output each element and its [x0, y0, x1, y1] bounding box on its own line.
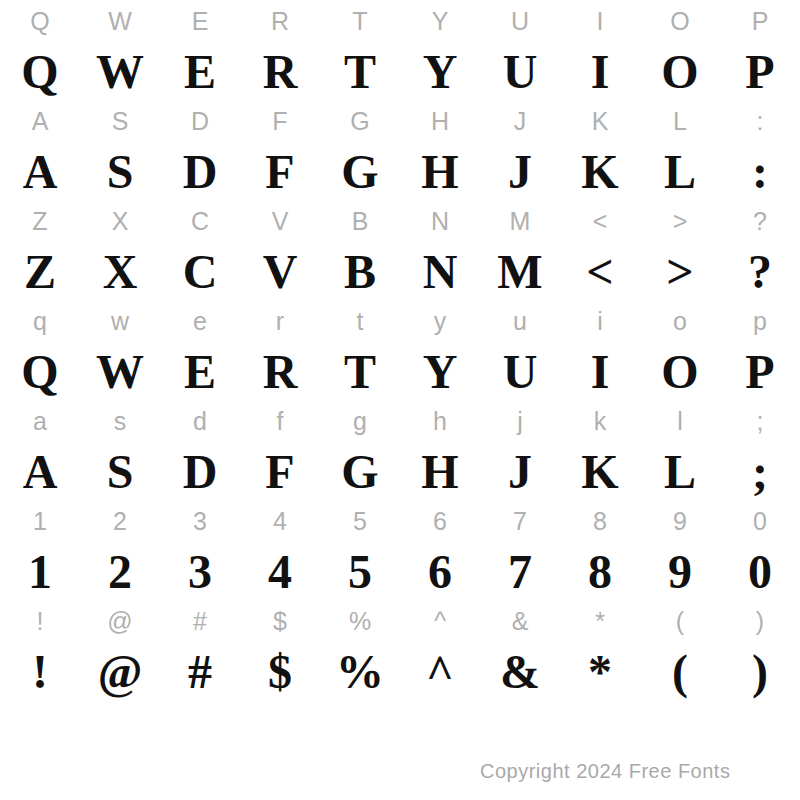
glyph-cell: L — [640, 442, 720, 500]
glyph-cell: U — [480, 42, 560, 100]
glyph-cell: & — [480, 642, 560, 700]
glyph-cell: A — [0, 142, 80, 200]
glyph-cell: G — [320, 142, 400, 200]
glyph-cell: ! — [0, 642, 80, 700]
glyph-cell: $ — [240, 642, 320, 700]
key-cell: B — [320, 200, 400, 242]
key-cell: i — [560, 300, 640, 342]
key-cell: 1 — [0, 500, 80, 542]
key-cell: ( — [640, 600, 720, 642]
key-cell: ) — [720, 600, 800, 642]
key-row-2: ASDFGHJKL: — [0, 100, 800, 142]
glyph-row-1: QWERTYUIOP — [0, 42, 800, 100]
key-cell: k — [560, 400, 640, 442]
glyph-cell: N — [400, 242, 480, 300]
key-row-7: !@#$%^&*() — [0, 600, 800, 642]
key-cell: % — [320, 600, 400, 642]
glyph-cell: Z — [0, 242, 80, 300]
key-cell: f — [240, 400, 320, 442]
glyph-cell: P — [720, 42, 800, 100]
glyph-cell: A — [0, 442, 80, 500]
glyph-cell: I — [560, 42, 640, 100]
glyph-cell: @ — [80, 642, 160, 700]
key-cell: a — [0, 400, 80, 442]
glyph-row-3: ZXCVBNM<>? — [0, 242, 800, 300]
glyph-cell: C — [160, 242, 240, 300]
glyph-cell: W — [80, 42, 160, 100]
key-cell: A — [0, 100, 80, 142]
key-cell: 6 — [400, 500, 480, 542]
key-cell: o — [640, 300, 720, 342]
key-cell: ^ — [400, 600, 480, 642]
glyph-cell: R — [240, 42, 320, 100]
key-cell: & — [480, 600, 560, 642]
key-cell: 3 — [160, 500, 240, 542]
key-cell: M — [480, 200, 560, 242]
glyph-cell: T — [320, 342, 400, 400]
key-cell: 8 — [560, 500, 640, 542]
glyph-cell: 2 — [80, 542, 160, 600]
key-cell: t — [320, 300, 400, 342]
key-cell: W — [80, 0, 160, 42]
key-cell: * — [560, 600, 640, 642]
key-cell: O — [640, 0, 720, 42]
glyph-cell: E — [160, 42, 240, 100]
glyph-cell: 8 — [560, 542, 640, 600]
glyph-cell: I — [560, 342, 640, 400]
key-cell: Z — [0, 200, 80, 242]
key-cell: @ — [80, 600, 160, 642]
key-cell: L — [640, 100, 720, 142]
key-cell: s — [80, 400, 160, 442]
glyph-row-4: QWERTYUIOP — [0, 342, 800, 400]
key-cell: r — [240, 300, 320, 342]
glyph-cell: F — [240, 142, 320, 200]
key-cell: 7 — [480, 500, 560, 542]
glyph-cell: 3 — [160, 542, 240, 600]
key-cell: Y — [400, 0, 480, 42]
key-cell: R — [240, 0, 320, 42]
glyph-cell: > — [640, 242, 720, 300]
key-cell: p — [720, 300, 800, 342]
glyph-cell: % — [320, 642, 400, 700]
glyph-cell: W — [80, 342, 160, 400]
key-cell: I — [560, 0, 640, 42]
key-cell: g — [320, 400, 400, 442]
key-cell: j — [480, 400, 560, 442]
key-cell: C — [160, 200, 240, 242]
key-cell: H — [400, 100, 480, 142]
key-cell: 5 — [320, 500, 400, 542]
glyph-cell: 0 — [720, 542, 800, 600]
key-cell: 4 — [240, 500, 320, 542]
glyph-row-5: ASDFGHJKL; — [0, 442, 800, 500]
glyph-cell: L — [640, 142, 720, 200]
glyph-cell: # — [160, 642, 240, 700]
glyph-row-2: ASDFGHJKL: — [0, 142, 800, 200]
key-cell: E — [160, 0, 240, 42]
glyph-cell: ( — [640, 642, 720, 700]
glyph-cell: S — [80, 142, 160, 200]
key-cell: D — [160, 100, 240, 142]
key-cell: > — [640, 200, 720, 242]
key-cell: y — [400, 300, 480, 342]
glyph-row-7: !@#$%^&*() — [0, 642, 800, 700]
glyph-cell: U — [480, 342, 560, 400]
copyright-watermark: Copyright 2024 Free Fonts — [480, 760, 730, 783]
glyph-cell: Y — [400, 42, 480, 100]
glyph-cell: < — [560, 242, 640, 300]
glyph-row-6: 1234567890 — [0, 542, 800, 600]
key-cell: d — [160, 400, 240, 442]
glyph-cell: T — [320, 42, 400, 100]
glyph-cell: O — [640, 42, 720, 100]
glyph-cell: H — [400, 442, 480, 500]
key-cell: e — [160, 300, 240, 342]
glyph-cell: D — [160, 142, 240, 200]
glyph-cell: X — [80, 242, 160, 300]
glyph-cell: O — [640, 342, 720, 400]
key-cell: q — [0, 300, 80, 342]
glyph-cell: 7 — [480, 542, 560, 600]
glyph-cell: J — [480, 142, 560, 200]
glyph-cell: Q — [0, 42, 80, 100]
key-cell: ? — [720, 200, 800, 242]
glyph-cell: D — [160, 442, 240, 500]
key-cell: 9 — [640, 500, 720, 542]
glyph-cell: ? — [720, 242, 800, 300]
glyph-cell: Q — [0, 342, 80, 400]
key-cell: 2 — [80, 500, 160, 542]
glyph-cell: Y — [400, 342, 480, 400]
glyph-cell: ^ — [400, 642, 480, 700]
key-cell: P — [720, 0, 800, 42]
key-cell: < — [560, 200, 640, 242]
glyph-cell: 9 — [640, 542, 720, 600]
key-cell: 0 — [720, 500, 800, 542]
key-cell: Q — [0, 0, 80, 42]
glyph-cell: J — [480, 442, 560, 500]
glyph-cell: 4 — [240, 542, 320, 600]
key-cell: J — [480, 100, 560, 142]
font-specimen-sheet: QWERTYUIOPQWERTYUIOPASDFGHJKL:ASDFGHJKL:… — [0, 0, 800, 800]
glyph-cell: P — [720, 342, 800, 400]
glyph-cell: 6 — [400, 542, 480, 600]
glyph-cell: K — [560, 442, 640, 500]
key-cell: S — [80, 100, 160, 142]
key-cell: h — [400, 400, 480, 442]
glyph-cell: K — [560, 142, 640, 200]
key-row-6: 1234567890 — [0, 500, 800, 542]
character-grid: QWERTYUIOPQWERTYUIOPASDFGHJKL:ASDFGHJKL:… — [0, 0, 800, 700]
key-row-5: asdfghjkl; — [0, 400, 800, 442]
glyph-cell: 5 — [320, 542, 400, 600]
key-cell: U — [480, 0, 560, 42]
glyph-cell: V — [240, 242, 320, 300]
key-cell: : — [720, 100, 800, 142]
key-row-4: qwertyuiop — [0, 300, 800, 342]
glyph-cell: S — [80, 442, 160, 500]
glyph-cell: * — [560, 642, 640, 700]
key-row-1: QWERTYUIOP — [0, 0, 800, 42]
glyph-cell: H — [400, 142, 480, 200]
glyph-cell: B — [320, 242, 400, 300]
key-cell: G — [320, 100, 400, 142]
glyph-cell: 1 — [0, 542, 80, 600]
key-cell: l — [640, 400, 720, 442]
glyph-cell: R — [240, 342, 320, 400]
key-row-3: ZXCVBNM<>? — [0, 200, 800, 242]
glyph-cell: ) — [720, 642, 800, 700]
key-cell: $ — [240, 600, 320, 642]
key-cell: ! — [0, 600, 80, 642]
key-cell: u — [480, 300, 560, 342]
key-cell: # — [160, 600, 240, 642]
key-cell: T — [320, 0, 400, 42]
glyph-cell: F — [240, 442, 320, 500]
key-cell: V — [240, 200, 320, 242]
glyph-cell: M — [480, 242, 560, 300]
glyph-cell: G — [320, 442, 400, 500]
key-cell: X — [80, 200, 160, 242]
key-cell: F — [240, 100, 320, 142]
key-cell: N — [400, 200, 480, 242]
glyph-cell: : — [720, 142, 800, 200]
key-cell: w — [80, 300, 160, 342]
glyph-cell: ; — [720, 442, 800, 500]
glyph-cell: E — [160, 342, 240, 400]
key-cell: K — [560, 100, 640, 142]
key-cell: ; — [720, 400, 800, 442]
